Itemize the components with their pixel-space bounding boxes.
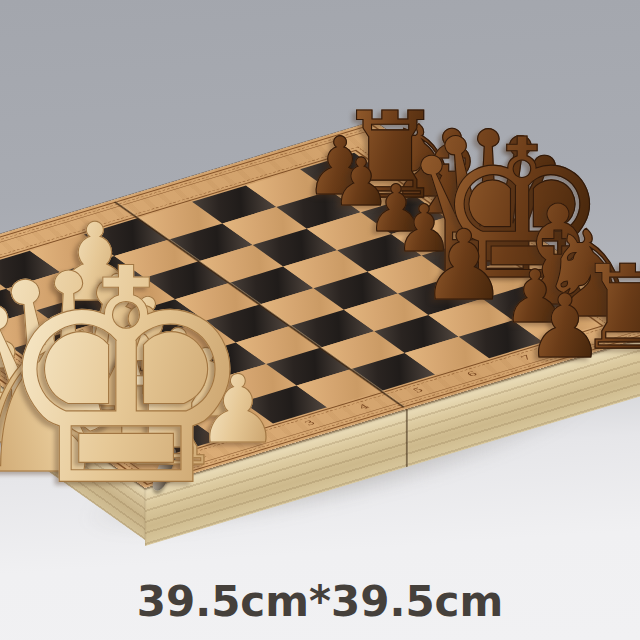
size-caption: 39.5cm*39.5cm — [137, 577, 504, 626]
pieces-layer: ♟♟♞♝♛♚♟♞♝♟♟♜♟♟♟♜♟♞♟♝♟♛♚♟♝♟♞♜ — [0, 0, 640, 640]
black-pawn-piece: ♟ — [526, 283, 605, 371]
black-pawn-piece: ♟ — [421, 217, 508, 314]
chess-set-product-photo: ABCDEFGH12345678 ♟♟♞♝♛♚♟♞♝♟♟♜♟♟♟♜♟♞♟♝♟♛♚… — [0, 0, 640, 640]
white-king-piece: ♚ — [0, 230, 259, 527]
